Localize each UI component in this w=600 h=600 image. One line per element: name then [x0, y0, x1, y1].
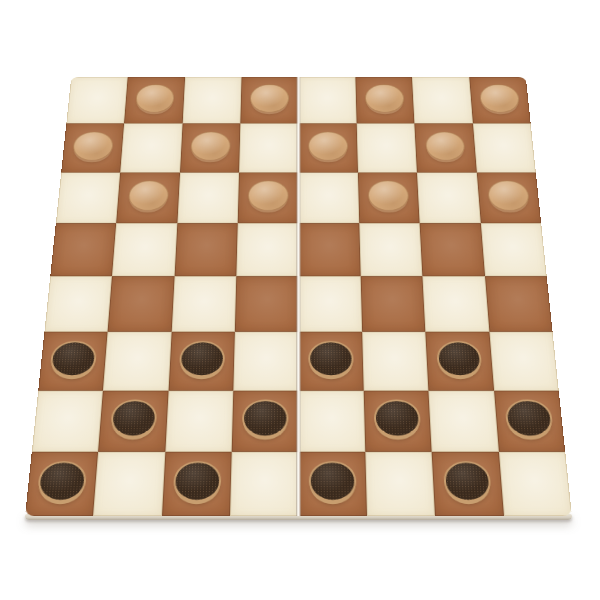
board-square[interactable]	[357, 124, 418, 173]
checker-piece-dark[interactable]	[49, 341, 97, 377]
board-square[interactable]	[182, 77, 241, 124]
board-square[interactable]	[61, 124, 124, 173]
board-square[interactable]	[473, 124, 536, 173]
board-square[interactable]	[168, 332, 235, 390]
checker-piece-dark[interactable]	[308, 341, 353, 377]
board-square[interactable]	[429, 390, 499, 451]
board-square[interactable]	[499, 452, 572, 516]
board-square[interactable]	[230, 452, 298, 516]
checker-piece-light[interactable]	[250, 85, 289, 113]
checker-piece-light[interactable]	[127, 181, 169, 211]
checker-piece-dark[interactable]	[110, 399, 158, 437]
board-square[interactable]	[423, 276, 489, 332]
board-square[interactable]	[364, 390, 432, 451]
board-square[interactable]	[66, 77, 128, 124]
checker-piece-dark[interactable]	[504, 399, 553, 437]
board-square[interactable]	[98, 390, 168, 451]
board-square[interactable]	[162, 452, 232, 516]
checker-piece-dark[interactable]	[442, 461, 492, 501]
checker-piece-dark[interactable]	[173, 461, 222, 501]
board-square[interactable]	[432, 452, 504, 516]
board-square[interactable]	[476, 172, 541, 223]
board-square[interactable]	[417, 172, 480, 223]
board-square[interactable]	[358, 172, 420, 223]
product-photo-stage	[0, 0, 600, 600]
board-square[interactable]	[124, 77, 184, 124]
board-square[interactable]	[235, 276, 299, 332]
checker-piece-light[interactable]	[365, 85, 404, 113]
board-square[interactable]	[299, 223, 361, 276]
board-square[interactable]	[44, 276, 112, 332]
board-square[interactable]	[180, 124, 241, 173]
board-square[interactable]	[121, 124, 183, 173]
board-square[interactable]	[362, 332, 429, 390]
board-square[interactable]	[415, 124, 477, 173]
board-square[interactable]	[25, 452, 98, 516]
board-square[interactable]	[299, 390, 366, 451]
checker-piece-dark[interactable]	[374, 399, 421, 437]
board-square[interactable]	[485, 276, 553, 332]
board-square[interactable]	[50, 223, 116, 276]
board-square[interactable]	[38, 332, 108, 390]
checker-piece-dark[interactable]	[242, 399, 288, 437]
board-square[interactable]	[108, 276, 174, 332]
board-square[interactable]	[117, 172, 180, 223]
board-square[interactable]	[365, 452, 435, 516]
board-square[interactable]	[355, 77, 414, 124]
board-square[interactable]	[93, 452, 165, 516]
board-square[interactable]	[112, 223, 177, 276]
board-square[interactable]	[359, 223, 422, 276]
board-square[interactable]	[489, 332, 559, 390]
board-square[interactable]	[56, 172, 121, 223]
board-square[interactable]	[177, 172, 239, 223]
checker-piece-light[interactable]	[425, 132, 466, 161]
checker-piece-dark[interactable]	[179, 341, 225, 377]
board-square[interactable]	[299, 77, 357, 124]
checker-piece-light[interactable]	[487, 181, 530, 211]
board-square[interactable]	[426, 332, 494, 390]
board-square[interactable]	[469, 77, 531, 124]
board-square[interactable]	[412, 77, 472, 124]
board-square[interactable]	[232, 390, 299, 451]
checker-piece-light[interactable]	[368, 181, 409, 211]
checker-piece-light[interactable]	[190, 132, 230, 161]
board-square[interactable]	[103, 332, 171, 390]
board-square[interactable]	[299, 172, 360, 223]
checker-piece-dark[interactable]	[309, 461, 357, 501]
checker-piece-light[interactable]	[308, 132, 348, 161]
checker-piece-light[interactable]	[479, 85, 520, 113]
checker-piece-light[interactable]	[135, 85, 175, 113]
checker-piece-dark[interactable]	[436, 341, 483, 377]
checker-piece-light[interactable]	[72, 132, 114, 161]
board-square[interactable]	[299, 452, 367, 516]
board-square[interactable]	[299, 124, 358, 173]
board-fold-seam	[296, 77, 301, 516]
board-square[interactable]	[494, 390, 566, 451]
board-square[interactable]	[236, 223, 298, 276]
board-square[interactable]	[233, 332, 298, 390]
board-square[interactable]	[240, 77, 298, 124]
board-square[interactable]	[32, 390, 104, 451]
folding-checkers-board	[25, 77, 572, 516]
board-square[interactable]	[171, 276, 236, 332]
checker-piece-light[interactable]	[248, 181, 289, 211]
checker-piece-dark[interactable]	[37, 461, 88, 501]
board-square[interactable]	[420, 223, 485, 276]
board-square[interactable]	[299, 276, 363, 332]
board-square[interactable]	[174, 223, 237, 276]
board-square[interactable]	[239, 124, 298, 173]
board-square[interactable]	[238, 172, 299, 223]
board-square[interactable]	[361, 276, 426, 332]
board-square[interactable]	[165, 390, 233, 451]
board-square[interactable]	[480, 223, 546, 276]
board-square[interactable]	[299, 332, 364, 390]
